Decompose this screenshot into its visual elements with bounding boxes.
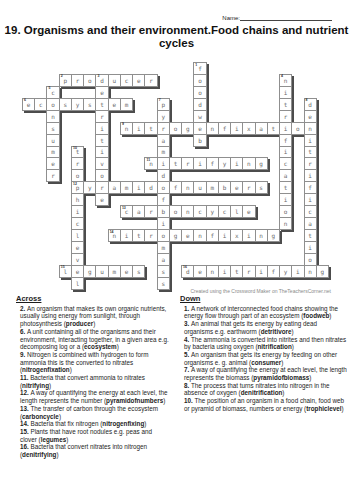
grid-cell: e — [193, 265, 206, 278]
cell-letter: d — [161, 173, 165, 179]
cell-letter: n — [247, 161, 251, 167]
cell-letter: r — [149, 233, 153, 239]
cell-letter: e — [308, 114, 312, 120]
cell-letter: f — [272, 269, 276, 275]
cell-letter: n — [259, 233, 263, 239]
grid-cell: y — [83, 181, 96, 194]
cell-letter: e — [100, 197, 104, 203]
cell-letter: s — [161, 281, 165, 287]
grid-cell: f — [206, 229, 219, 242]
grid-cell: o — [83, 74, 96, 87]
grid-cell: o — [169, 205, 182, 218]
cell-letter: r — [76, 78, 80, 84]
grid-cell: a — [255, 122, 268, 135]
cell-letter: s — [64, 102, 68, 108]
clue-item: 9. Nitrogen is combined with hydrogen to… — [16, 351, 169, 374]
cell-letter: f — [223, 126, 227, 132]
clue-number: 12 — [73, 183, 77, 187]
clue-item: 5. An organism that gets its energy by f… — [180, 351, 347, 366]
grid-cell: i — [193, 157, 206, 170]
grid-cell: n — [304, 265, 317, 278]
grid-cell: t — [132, 229, 145, 242]
cell-letter: n — [210, 269, 214, 275]
cell-letter: i — [259, 269, 263, 275]
cell-letter: r — [284, 114, 288, 120]
cell-letter: b — [223, 185, 227, 191]
clue-item: 7. A way of quantifying the energy at ea… — [180, 366, 347, 381]
grid-cell: n — [279, 217, 292, 230]
cell-letter: u — [198, 185, 202, 191]
cell-letter: r — [186, 161, 190, 167]
grid-cell: e — [95, 193, 108, 206]
cell-letter: o — [161, 233, 165, 239]
grid-cell: u — [95, 265, 108, 278]
name-field: Name: — [222, 13, 332, 21]
grid-cell: r — [242, 181, 255, 194]
grid-cell: t — [169, 157, 182, 170]
cell-letter: i — [161, 161, 165, 167]
cell-letter: g — [321, 269, 325, 275]
cell-letter: t — [235, 269, 239, 275]
grid-cell: i — [218, 265, 231, 278]
clue-number: 7 — [159, 99, 161, 103]
clue-number: 1 — [195, 64, 197, 68]
grid-cell: i — [218, 229, 231, 242]
cell-letter: o — [88, 78, 92, 84]
cell-letter: s — [137, 269, 141, 275]
cell-letter: n — [284, 78, 288, 84]
cell-letter: d — [308, 102, 312, 108]
grid-cell: r — [181, 157, 194, 170]
cell-letter: i — [235, 126, 239, 132]
grid-cell: m — [206, 181, 219, 194]
cell-letter: i — [284, 197, 288, 203]
cell-letter: v — [76, 257, 80, 263]
cell-letter: m — [161, 245, 165, 251]
grid-cell: o — [291, 122, 304, 135]
cell-letter: f — [308, 185, 312, 191]
cell-letter: r — [161, 126, 165, 132]
cell-letter: o — [161, 185, 165, 191]
cell-letter: t — [149, 126, 153, 132]
grid-cell: a — [132, 205, 145, 218]
cell-letter: i — [284, 126, 288, 132]
cell-letter: i — [308, 245, 312, 251]
cell-letter: t — [284, 185, 288, 191]
grid-cell: m — [120, 98, 133, 111]
grid-cell: i — [242, 229, 255, 242]
cell-letter: y — [210, 209, 214, 215]
cell-letter: s — [259, 185, 263, 191]
cell-letter: t — [100, 138, 104, 144]
grid-cell: 9n — [120, 122, 133, 135]
cell-letter: p — [161, 102, 165, 108]
cell-letter: c — [223, 209, 227, 215]
cell-letter: f — [198, 66, 202, 72]
cell-letter: o — [174, 209, 178, 215]
grid-cell: y — [218, 157, 231, 170]
clue-number: 16 — [183, 266, 187, 270]
clue-item: 1. A network of interconnected food chai… — [180, 305, 347, 320]
clue-number: 15 — [61, 266, 65, 270]
cell-letter: l — [76, 233, 80, 239]
grid-cell: g — [267, 229, 280, 242]
cell-letter: g — [272, 233, 276, 239]
grid-cell: y — [71, 98, 84, 111]
cell-letter: i — [100, 149, 104, 155]
clue-number: 11 — [146, 159, 150, 163]
across-clue-list: 2. An organism that makes its own organi… — [16, 305, 169, 459]
cell-letter: y — [88, 185, 92, 191]
cell-letter: x — [235, 233, 239, 239]
cell-letter: i — [308, 138, 312, 144]
grid-cell: n — [206, 265, 219, 278]
cell-letter: e — [198, 269, 202, 275]
grid-cell: u — [108, 74, 121, 87]
clue-number: 2 — [61, 75, 63, 79]
cell-letter: i — [100, 126, 104, 132]
grid-cell: c — [218, 205, 231, 218]
grid-cell: n — [181, 181, 194, 194]
grid-cell: s — [255, 181, 268, 194]
grid-cell: l — [71, 277, 84, 290]
grid-cell: 6e — [22, 98, 35, 111]
cell-letter: e — [51, 161, 55, 167]
cell-letter: y — [284, 269, 288, 275]
cell-letter: r — [247, 269, 251, 275]
cell-letter: a — [112, 185, 116, 191]
clue-item: 6. A unit containing all of the organism… — [16, 328, 169, 351]
cell-letter: y — [76, 102, 80, 108]
grid-cell: x — [242, 122, 255, 135]
cell-letter: l — [235, 209, 239, 215]
page-title: 19. Organisms and their environment.Food… — [0, 24, 353, 50]
grid-cell: m — [108, 265, 121, 278]
cell-letter: x — [247, 126, 251, 132]
clue-item: 2. An organism that makes its own organi… — [16, 305, 169, 328]
cell-letter: r — [247, 185, 251, 191]
worksheet-page: Name: 19. Organisms and their environmen… — [0, 0, 353, 500]
cell-letter: u — [112, 78, 116, 84]
cell-letter: m — [125, 102, 129, 108]
cell-letter: e — [198, 126, 202, 132]
cell-letter: h — [76, 197, 80, 203]
cell-letter: e — [186, 233, 190, 239]
cell-letter: e — [27, 102, 31, 108]
grid-cell: d — [144, 181, 157, 194]
name-blank-line — [240, 13, 332, 21]
crossword-grid: 1f2pro3ducero4n5ceoi6ecosystem7pdt8dnryw… — [22, 62, 331, 291]
cell-letter: b — [161, 209, 165, 215]
cell-letter: n — [198, 233, 202, 239]
cell-letter: n — [308, 269, 312, 275]
cell-letter: m — [112, 269, 116, 275]
grid-cell: i — [291, 265, 304, 278]
across-section: Across 2. An organism that makes its own… — [16, 295, 169, 459]
grid-cell: e — [132, 74, 145, 87]
cell-letter: i — [235, 161, 239, 167]
grid-cell: g — [181, 122, 194, 135]
clue-number: 10 — [73, 147, 77, 151]
cell-letter: i — [161, 221, 165, 227]
cell-letter: c — [198, 209, 202, 215]
clue-item: 14. Bacteria that fix nitrogen (nitrogen… — [16, 420, 169, 428]
cell-letter: r — [51, 173, 55, 179]
grid-cell: y — [279, 265, 292, 278]
clue-number: 14 — [110, 231, 114, 235]
grid-cell: m — [120, 181, 133, 194]
cell-letter: e — [247, 209, 251, 215]
grid-cell: i — [120, 229, 133, 242]
grid-cell: o — [169, 122, 182, 135]
cell-letter: o — [308, 257, 312, 263]
clue-number: 3 — [97, 75, 99, 79]
cell-letter: f — [284, 138, 288, 144]
cell-letter: n — [284, 221, 288, 227]
grid-cell: i — [132, 181, 145, 194]
cell-letter: i — [198, 161, 202, 167]
cell-letter: m — [51, 149, 55, 155]
grid-cell: e — [120, 265, 133, 278]
grid-cell: g — [255, 157, 268, 170]
cell-letter: t — [308, 233, 312, 239]
cell-letter: o — [174, 126, 178, 132]
cell-letter: o — [51, 102, 55, 108]
cell-letter: t — [272, 126, 276, 132]
cell-letter: n — [210, 126, 214, 132]
cell-letter: v — [100, 161, 104, 167]
cell-letter: e — [235, 185, 239, 191]
cell-letter: t — [174, 161, 178, 167]
grid-cell: y — [206, 205, 219, 218]
grid-cell: r — [144, 74, 157, 87]
cell-letter: c — [76, 221, 80, 227]
grid-cell: s — [83, 98, 96, 111]
grid-cell: n — [206, 122, 219, 135]
clue-item: 13. The transfer of carbon through the e… — [16, 405, 169, 420]
clue-item: 11. Bacteria that convert ammonia to nit… — [16, 374, 169, 389]
cell-letter: i — [284, 90, 288, 96]
clue-number: 13 — [122, 207, 126, 211]
grid-cell: s — [132, 265, 145, 278]
grid-cell: g — [316, 265, 329, 278]
cell-letter: c — [308, 209, 312, 215]
cell-letter: y — [161, 114, 165, 120]
cell-letter: i — [223, 233, 227, 239]
grid-cell: r — [144, 229, 157, 242]
cell-letter: r — [100, 114, 104, 120]
grid-cell: f — [206, 157, 219, 170]
cell-letter: s — [51, 126, 55, 132]
cell-letter: f — [174, 185, 178, 191]
cell-letter: g — [186, 126, 190, 132]
cell-letter: g — [174, 233, 178, 239]
cell-letter: i — [137, 126, 141, 132]
grid-cell: f — [218, 122, 231, 135]
grid-cell: i — [132, 122, 145, 135]
grid-cell: u — [193, 181, 206, 194]
grid-cell: e — [230, 181, 243, 194]
grid-cell: c — [120, 74, 133, 87]
cell-letter: i — [296, 269, 300, 275]
cell-letter: f — [210, 161, 214, 167]
grid-cell: c — [34, 98, 47, 111]
cell-letter: a — [284, 173, 288, 179]
grid-cell: n — [181, 205, 194, 218]
clue-item: 12. A way of quantifying the energy at e… — [16, 389, 169, 404]
grid-cell: e — [108, 98, 121, 111]
clue-number: 4 — [281, 75, 283, 79]
cell-letter: r — [308, 161, 312, 167]
cell-letter: c — [39, 102, 43, 108]
cell-letter: s — [161, 269, 165, 275]
cell-letter: i — [137, 185, 141, 191]
cell-letter: b — [198, 138, 202, 144]
cell-letter: t — [137, 233, 141, 239]
cell-letter: c — [125, 78, 129, 84]
grid-cell: x — [230, 229, 243, 242]
grid-cell: e — [181, 229, 194, 242]
grid-cell: t — [144, 122, 157, 135]
grid-cell: r — [144, 205, 157, 218]
clue-item: 3. An animal that gets its energy by eat… — [180, 320, 347, 335]
grid-cell: s — [157, 277, 170, 290]
cell-letter: i — [247, 233, 251, 239]
grid-cell: i — [255, 265, 268, 278]
name-label: Name: — [222, 15, 240, 21]
cell-letter: a — [137, 209, 141, 215]
cell-letter: c — [284, 161, 288, 167]
cell-letter: d — [198, 102, 202, 108]
cell-letter: a — [308, 221, 312, 227]
cell-letter: e — [112, 102, 116, 108]
grid-cell: 13c — [120, 205, 133, 218]
clue-number: 8 — [306, 99, 308, 103]
cell-letter: d — [100, 78, 104, 84]
cell-letter: r — [100, 185, 104, 191]
cell-letter: i — [125, 233, 129, 239]
grid-cell: g — [83, 265, 96, 278]
cell-letter: u — [100, 269, 104, 275]
cell-letter: i — [284, 149, 288, 155]
cell-letter: t — [284, 102, 288, 108]
clue-item: 10. The position of an organism in a foo… — [180, 397, 347, 412]
down-clue-list: 1. A network of interconnected food chai… — [180, 305, 347, 413]
grid-cell: r — [71, 74, 84, 87]
cell-letter: a — [161, 138, 165, 144]
down-section: Down 1. A network of interconnected food… — [180, 295, 347, 413]
cell-letter: o — [100, 173, 104, 179]
grid-cell: b — [193, 134, 206, 147]
cell-letter: n — [186, 209, 190, 215]
cell-letter: e — [76, 269, 80, 275]
grid-cell: c — [193, 205, 206, 218]
clue-item: 15. Plants that have root nodules e.g. p… — [16, 428, 169, 443]
cell-letter: i — [223, 269, 227, 275]
cell-letter: u — [51, 138, 55, 144]
grid-cell: t — [230, 265, 243, 278]
cell-letter: o — [284, 209, 288, 215]
down-heading: Down — [180, 295, 347, 303]
grid-cell: 11n — [144, 157, 157, 170]
cell-letter: t — [100, 102, 104, 108]
grid-cell: i — [230, 157, 243, 170]
cell-letter: l — [76, 281, 80, 287]
cell-letter: m — [210, 185, 214, 191]
cell-letter: m — [161, 149, 165, 155]
grid-cell: a — [108, 181, 121, 194]
cell-letter: m — [125, 185, 129, 191]
cell-letter: f — [210, 233, 214, 239]
cell-letter: d — [149, 185, 153, 191]
cell-letter: r — [149, 78, 153, 84]
cell-letter: e — [137, 78, 141, 84]
clue-number: 6 — [24, 99, 26, 103]
grid-cell: f — [267, 265, 280, 278]
grid-cell: i — [230, 122, 243, 135]
cell-letter: e — [76, 245, 80, 251]
cell-letter: i — [308, 173, 312, 179]
cell-letter: o — [198, 78, 202, 84]
grid-cell: n — [255, 229, 268, 242]
cell-letter: n — [125, 126, 129, 132]
cell-letter: f — [161, 197, 165, 203]
grid-cell: 2p — [59, 74, 72, 87]
grid-cell: t — [267, 122, 280, 135]
cell-letter: o — [198, 90, 202, 96]
grid-cell: n — [193, 229, 206, 242]
cell-letter: o — [296, 126, 300, 132]
grid-cell: r — [46, 169, 59, 182]
grid-cell: g — [169, 229, 182, 242]
cell-letter: g — [88, 269, 92, 275]
cell-letter: c — [51, 90, 55, 96]
cell-letter: r — [149, 209, 153, 215]
cell-letter: i — [76, 209, 80, 215]
grid-cell: f — [169, 181, 182, 194]
cell-letter: a — [259, 126, 263, 132]
cell-letter: s — [88, 102, 92, 108]
cell-letter: p — [64, 78, 68, 84]
cell-letter: r — [76, 161, 80, 167]
cell-letter: w — [198, 114, 202, 120]
cell-letter: y — [223, 161, 227, 167]
cell-letter: e — [100, 90, 104, 96]
cell-letter: t — [308, 149, 312, 155]
credit-text: Created using the Crossword Maker on The… — [190, 288, 331, 294]
clue-item: 4. The ammonia is converted into nitrite… — [180, 336, 347, 351]
grid-cell: s — [59, 98, 72, 111]
cell-letter: g — [259, 161, 263, 167]
cell-letter: n — [308, 126, 312, 132]
across-heading: Across — [16, 295, 169, 303]
clue-item: 16. Bacteria that convert nitrates into … — [16, 443, 169, 458]
grid-cell: b — [218, 181, 231, 194]
cell-letter: n — [51, 114, 55, 120]
grid-cell: 15l — [59, 265, 72, 278]
grid-cell: l — [230, 205, 243, 218]
grid-cell: e — [242, 205, 255, 218]
grid-cell: n — [242, 157, 255, 170]
cell-letter: o — [76, 173, 80, 179]
clue-item: 8. The process that turns nitrates into … — [180, 382, 347, 397]
grid-cell: 14n — [108, 229, 121, 242]
clue-number: 5 — [48, 87, 50, 91]
cell-letter: n — [186, 185, 190, 191]
cell-letter: a — [161, 257, 165, 263]
grid-cell: r — [242, 265, 255, 278]
cell-letter: i — [308, 197, 312, 203]
